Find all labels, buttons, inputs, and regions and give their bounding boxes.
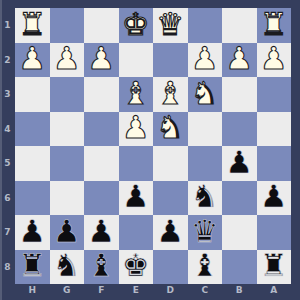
file-label: E	[119, 283, 154, 300]
black-rook[interactable]: ♜	[18, 250, 46, 281]
square-g2[interactable]: ♟	[50, 43, 85, 78]
square-f5[interactable]	[84, 146, 119, 181]
square-g6[interactable]	[50, 181, 85, 216]
black-pawn[interactable]: ♟	[53, 216, 81, 247]
white-rook[interactable]: ♜	[260, 9, 288, 40]
rank-label: 2	[0, 43, 15, 78]
square-g3[interactable]	[50, 77, 85, 112]
chess-board: ♜♚♛♜♟♟♟♟♟♟♝♝♞♟♞♟♟♞♟♟♟♟♟♛♜♞♝♚♝♜	[15, 8, 291, 284]
square-d5[interactable]	[153, 146, 188, 181]
white-queen[interactable]: ♛	[156, 9, 184, 40]
square-b7[interactable]	[222, 215, 257, 250]
square-b6[interactable]	[222, 181, 257, 216]
square-b1[interactable]	[222, 8, 257, 43]
square-g4[interactable]	[50, 112, 85, 147]
white-knight[interactable]: ♞	[191, 78, 219, 109]
square-c4[interactable]	[188, 112, 223, 147]
file-label: G	[50, 283, 85, 300]
square-b5[interactable]: ♟	[222, 146, 257, 181]
white-rook[interactable]: ♜	[18, 9, 46, 40]
square-e5[interactable]	[119, 146, 154, 181]
square-h6[interactable]	[15, 181, 50, 216]
square-h3[interactable]	[15, 77, 50, 112]
rank-label: 5	[0, 146, 15, 181]
square-g7[interactable]: ♟	[50, 215, 85, 250]
square-a4[interactable]	[257, 112, 292, 147]
square-c8[interactable]: ♝	[188, 250, 223, 285]
square-h7[interactable]: ♟	[15, 215, 50, 250]
rank-label: 6	[0, 181, 15, 216]
square-f8[interactable]: ♝	[84, 250, 119, 285]
square-e2[interactable]	[119, 43, 154, 78]
square-d2[interactable]	[153, 43, 188, 78]
square-c3[interactable]: ♞	[188, 77, 223, 112]
square-c6[interactable]: ♞	[188, 181, 223, 216]
square-f3[interactable]	[84, 77, 119, 112]
square-a2[interactable]: ♟	[257, 43, 292, 78]
square-b4[interactable]	[222, 112, 257, 147]
white-pawn[interactable]: ♟	[18, 43, 46, 74]
rank-label: 4	[0, 112, 15, 147]
black-pawn[interactable]: ♟	[18, 216, 46, 247]
square-f7[interactable]: ♟	[84, 215, 119, 250]
file-label: C	[188, 283, 223, 300]
black-rook[interactable]: ♜	[260, 250, 288, 281]
square-e8[interactable]: ♚	[119, 250, 154, 285]
rank-label: 8	[0, 250, 15, 285]
black-king[interactable]: ♚	[122, 250, 150, 281]
white-king[interactable]: ♚	[122, 9, 150, 40]
square-e4[interactable]: ♟	[119, 112, 154, 147]
file-label: D	[153, 283, 188, 300]
square-c2[interactable]: ♟	[188, 43, 223, 78]
square-h5[interactable]	[15, 146, 50, 181]
square-h1[interactable]: ♜	[15, 8, 50, 43]
square-b8[interactable]	[222, 250, 257, 285]
black-bishop[interactable]: ♝	[87, 250, 115, 281]
black-knight[interactable]: ♞	[53, 250, 81, 281]
square-a1[interactable]: ♜	[257, 8, 292, 43]
file-labels: HGFEDCBA	[15, 283, 291, 300]
white-pawn[interactable]: ♟	[191, 43, 219, 74]
square-d8[interactable]	[153, 250, 188, 285]
file-label: A	[257, 283, 292, 300]
square-a3[interactable]	[257, 77, 292, 112]
black-queen[interactable]: ♛	[191, 216, 219, 247]
white-bishop[interactable]: ♝	[122, 78, 150, 109]
square-g1[interactable]	[50, 8, 85, 43]
white-pawn[interactable]: ♟	[53, 43, 81, 74]
square-f4[interactable]	[84, 112, 119, 147]
white-knight[interactable]: ♞	[156, 112, 184, 143]
white-pawn[interactable]: ♟	[225, 43, 253, 74]
file-label: B	[222, 283, 257, 300]
white-pawn[interactable]: ♟	[87, 43, 115, 74]
square-f1[interactable]	[84, 8, 119, 43]
square-a7[interactable]	[257, 215, 292, 250]
square-b2[interactable]: ♟	[222, 43, 257, 78]
chess-board-frame: 12345678 ♜♚♛♜♟♟♟♟♟♟♝♝♞♟♞♟♟♞♟♟♟♟♟♛♜♞♝♚♝♜ …	[0, 0, 300, 300]
square-g5[interactable]	[50, 146, 85, 181]
square-h8[interactable]: ♜	[15, 250, 50, 285]
square-e7[interactable]	[119, 215, 154, 250]
square-c7[interactable]: ♛	[188, 215, 223, 250]
black-knight[interactable]: ♞	[191, 181, 219, 212]
square-b3[interactable]	[222, 77, 257, 112]
square-d1[interactable]: ♛	[153, 8, 188, 43]
square-f2[interactable]: ♟	[84, 43, 119, 78]
square-c1[interactable]	[188, 8, 223, 43]
square-d6[interactable]	[153, 181, 188, 216]
rank-labels: 12345678	[0, 8, 15, 284]
square-d3[interactable]: ♝	[153, 77, 188, 112]
square-e3[interactable]: ♝	[119, 77, 154, 112]
rank-label: 7	[0, 215, 15, 250]
black-bishop[interactable]: ♝	[191, 250, 219, 281]
square-e1[interactable]: ♚	[119, 8, 154, 43]
square-g8[interactable]: ♞	[50, 250, 85, 285]
square-a6[interactable]: ♟	[257, 181, 292, 216]
square-h4[interactable]	[15, 112, 50, 147]
square-d7[interactable]: ♟	[153, 215, 188, 250]
square-a8[interactable]: ♜	[257, 250, 292, 285]
white-pawn[interactable]: ♟	[260, 43, 288, 74]
square-d4[interactable]: ♞	[153, 112, 188, 147]
square-a5[interactable]	[257, 146, 292, 181]
white-bishop[interactable]: ♝	[156, 78, 184, 109]
square-e6[interactable]: ♟	[119, 181, 154, 216]
file-label: H	[15, 283, 50, 300]
white-pawn[interactable]: ♟	[122, 112, 150, 143]
square-c5[interactable]	[188, 146, 223, 181]
black-pawn[interactable]: ♟	[156, 216, 184, 247]
square-h2[interactable]: ♟	[15, 43, 50, 78]
black-pawn[interactable]: ♟	[122, 181, 150, 212]
rank-label: 1	[0, 8, 15, 43]
file-label: F	[84, 283, 119, 300]
black-pawn[interactable]: ♟	[260, 181, 288, 212]
black-pawn[interactable]: ♟	[225, 147, 253, 178]
rank-label: 3	[0, 77, 15, 112]
square-f6[interactable]	[84, 181, 119, 216]
black-pawn[interactable]: ♟	[87, 216, 115, 247]
